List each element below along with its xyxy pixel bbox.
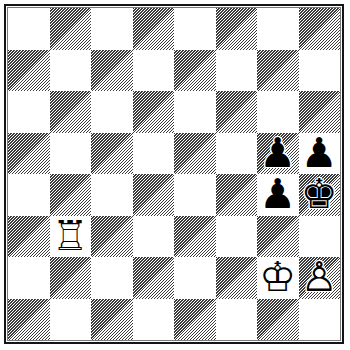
square-c8[interactable]	[91, 8, 133, 50]
square-f1[interactable]	[216, 299, 258, 341]
piece-white-rook[interactable]: ♖	[50, 216, 92, 258]
square-b6[interactable]	[50, 91, 92, 133]
piece-black-pawn[interactable]: ♟	[257, 174, 299, 216]
square-c6[interactable]	[91, 91, 133, 133]
square-a3[interactable]	[8, 216, 50, 258]
square-d6[interactable]	[133, 91, 175, 133]
square-h8[interactable]	[299, 8, 341, 50]
square-e4[interactable]	[174, 174, 216, 216]
square-b1[interactable]	[50, 299, 92, 341]
square-f2[interactable]	[216, 257, 258, 299]
chess-diagram-page: ♟♟♟♚♜♖♚♔♟♙	[0, 0, 350, 350]
square-g4[interactable]: ♟	[257, 174, 299, 216]
square-e2[interactable]	[174, 257, 216, 299]
square-h6[interactable]	[299, 91, 341, 133]
square-e7[interactable]	[174, 50, 216, 92]
piece-white-king[interactable]: ♔	[257, 257, 299, 299]
square-a5[interactable]	[8, 133, 50, 175]
square-g1[interactable]	[257, 299, 299, 341]
square-b7[interactable]	[50, 50, 92, 92]
board-inner-frame: ♟♟♟♚♜♖♚♔♟♙	[7, 7, 341, 341]
square-d1[interactable]	[133, 299, 175, 341]
square-b5[interactable]	[50, 133, 92, 175]
square-h3[interactable]	[299, 216, 341, 258]
square-a4[interactable]	[8, 174, 50, 216]
square-a1[interactable]	[8, 299, 50, 341]
square-f5[interactable]	[216, 133, 258, 175]
piece-black-pawn[interactable]: ♟	[257, 133, 299, 175]
square-a7[interactable]	[8, 50, 50, 92]
square-b4[interactable]	[50, 174, 92, 216]
square-e8[interactable]	[174, 8, 216, 50]
square-c7[interactable]	[91, 50, 133, 92]
square-b3[interactable]: ♜♖	[50, 216, 92, 258]
square-f8[interactable]	[216, 8, 258, 50]
square-a2[interactable]	[8, 257, 50, 299]
square-h5[interactable]: ♟	[299, 133, 341, 175]
piece-white-pawn[interactable]: ♙	[299, 257, 341, 299]
square-d8[interactable]	[133, 8, 175, 50]
square-e6[interactable]	[174, 91, 216, 133]
square-h4[interactable]: ♚	[299, 174, 341, 216]
square-g2[interactable]: ♚♔	[257, 257, 299, 299]
square-h1[interactable]	[299, 299, 341, 341]
square-c4[interactable]	[91, 174, 133, 216]
square-a8[interactable]	[8, 8, 50, 50]
square-d3[interactable]	[133, 216, 175, 258]
square-f3[interactable]	[216, 216, 258, 258]
square-d5[interactable]	[133, 133, 175, 175]
square-a6[interactable]	[8, 91, 50, 133]
square-h7[interactable]	[299, 50, 341, 92]
square-b8[interactable]	[50, 8, 92, 50]
square-h2[interactable]: ♟♙	[299, 257, 341, 299]
square-g7[interactable]	[257, 50, 299, 92]
square-c2[interactable]	[91, 257, 133, 299]
square-d2[interactable]	[133, 257, 175, 299]
square-b2[interactable]	[50, 257, 92, 299]
piece-black-king[interactable]: ♚	[299, 174, 341, 216]
square-c5[interactable]	[91, 133, 133, 175]
square-f7[interactable]	[216, 50, 258, 92]
square-f6[interactable]	[216, 91, 258, 133]
board-frame: ♟♟♟♚♜♖♚♔♟♙	[4, 4, 344, 344]
square-f4[interactable]	[216, 174, 258, 216]
square-g6[interactable]	[257, 91, 299, 133]
piece-black-pawn[interactable]: ♟	[299, 133, 341, 175]
square-e3[interactable]	[174, 216, 216, 258]
square-d4[interactable]	[133, 174, 175, 216]
square-g3[interactable]	[257, 216, 299, 258]
square-g5[interactable]: ♟	[257, 133, 299, 175]
square-e5[interactable]	[174, 133, 216, 175]
square-d7[interactable]	[133, 50, 175, 92]
square-c3[interactable]	[91, 216, 133, 258]
chess-board: ♟♟♟♚♜♖♚♔♟♙	[8, 8, 340, 340]
square-e1[interactable]	[174, 299, 216, 341]
square-c1[interactable]	[91, 299, 133, 341]
square-g8[interactable]	[257, 8, 299, 50]
